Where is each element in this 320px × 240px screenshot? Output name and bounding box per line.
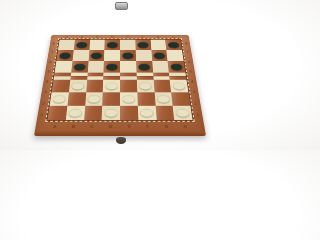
square-a2[interactable]: ● (50, 92, 69, 105)
light-checker-b1[interactable]: ● (68, 108, 83, 118)
square-c6[interactable] (87, 61, 104, 73)
square-b6[interactable]: ● (71, 61, 88, 73)
square-e6[interactable] (120, 61, 136, 73)
square-a7[interactable]: ● (56, 50, 73, 61)
file-labels-bottom: ABCDEFGH (45, 123, 195, 131)
square-e7[interactable]: ● (120, 50, 136, 61)
coordinate-label: 4 (45, 78, 51, 85)
coordinate-label: H (178, 124, 192, 130)
square-d7[interactable] (104, 50, 120, 61)
square-b8[interactable]: ● (74, 40, 90, 50)
coordinate-label: 7 (50, 49, 55, 56)
light-checker-h1[interactable]: ● (175, 108, 191, 118)
square-b7[interactable] (72, 50, 89, 61)
square-f7[interactable] (135, 50, 151, 61)
coordinate-label: G (160, 124, 174, 130)
light-checker-d1[interactable]: ● (104, 108, 118, 118)
coordinate-label: C (85, 124, 99, 130)
square-d6[interactable]: ● (104, 61, 120, 73)
board-wooden-frame: ABCDEFGH 87654321 87654321 ●●●●●●●●●●●●●… (34, 35, 206, 136)
coordinate-label: F (141, 124, 155, 130)
coordinate-label: 1 (39, 110, 45, 119)
square-f8[interactable]: ● (135, 40, 151, 50)
dark-checker-d8[interactable]: ● (106, 41, 118, 48)
square-h1[interactable]: ● (173, 106, 193, 120)
square-f6[interactable]: ● (136, 61, 153, 73)
square-c2[interactable]: ● (85, 92, 103, 105)
square-a6[interactable] (55, 61, 73, 73)
dark-checker-g7[interactable]: ● (153, 52, 166, 60)
light-checker-c2[interactable]: ● (87, 94, 101, 104)
dark-checker-b8[interactable]: ● (75, 41, 88, 48)
square-h6[interactable]: ● (168, 61, 186, 73)
dark-checker-c7[interactable]: ● (90, 52, 103, 60)
coordinate-label: 2 (193, 99, 199, 107)
square-c1[interactable] (84, 106, 103, 120)
coordinate-label: D (104, 124, 118, 130)
square-g6[interactable] (152, 61, 169, 73)
square-c7[interactable]: ● (88, 50, 104, 61)
square-e3[interactable] (120, 80, 137, 93)
dark-checker-b6[interactable]: ● (73, 63, 87, 71)
square-g2[interactable]: ● (154, 92, 173, 105)
square-h2[interactable] (171, 92, 190, 105)
checkers-board: ABCDEFGH 87654321 87654321 ●●●●●●●●●●●●●… (34, 35, 206, 136)
coordinate-label: 4 (190, 78, 196, 85)
square-g8[interactable] (150, 40, 166, 50)
square-g3[interactable] (153, 80, 171, 93)
coordinate-label: 5 (46, 68, 52, 75)
coordinate-label: 6 (187, 58, 192, 65)
square-g1[interactable] (155, 106, 174, 120)
square-h8[interactable]: ● (165, 40, 182, 50)
square-d2[interactable] (102, 92, 120, 105)
coordinate-label: 7 (185, 49, 190, 56)
coordinate-label: A (48, 124, 62, 130)
hinge-latch-icon (115, 2, 128, 10)
coordinate-label: 6 (48, 58, 53, 65)
product-photo-scene: ABCDEFGH 87654321 87654321 ●●●●●●●●●●●●●… (0, 0, 240, 150)
square-f1[interactable]: ● (138, 106, 157, 120)
square-a8[interactable] (58, 40, 75, 50)
square-b2[interactable] (67, 92, 86, 105)
square-h3[interactable]: ● (170, 80, 189, 93)
light-checker-f1[interactable]: ● (140, 108, 155, 118)
square-a1[interactable] (47, 106, 67, 120)
dark-checker-d6[interactable]: ● (105, 63, 118, 71)
square-f2[interactable] (137, 92, 155, 105)
square-g7[interactable]: ● (151, 50, 168, 61)
light-checker-a2[interactable]: ● (52, 94, 67, 104)
square-b3[interactable]: ● (69, 80, 87, 93)
light-checker-e2[interactable]: ● (122, 94, 136, 104)
playing-area-inlay: ●●●●●●●●●●●●●●●●●●●●●●●● (45, 38, 195, 121)
square-d8[interactable]: ● (105, 40, 120, 50)
square-c8[interactable] (89, 40, 105, 50)
coordinate-label: 2 (41, 99, 47, 107)
square-h7[interactable] (166, 50, 183, 61)
coordinate-label: 3 (191, 88, 197, 96)
square-d3[interactable]: ● (103, 80, 120, 93)
closing-clasp-icon (116, 137, 126, 144)
coordinate-label: B (66, 124, 80, 130)
square-e1[interactable] (120, 106, 138, 120)
light-checker-f3[interactable]: ● (138, 81, 152, 90)
coordinate-label: 5 (188, 68, 194, 75)
dark-checker-e7[interactable]: ● (122, 52, 135, 60)
coordinate-label: 8 (51, 40, 56, 46)
square-b1[interactable]: ● (66, 106, 85, 120)
square-a3[interactable] (52, 80, 71, 93)
coordinate-label: 3 (43, 88, 49, 96)
square-e2[interactable]: ● (120, 92, 138, 105)
light-checker-h3[interactable]: ● (172, 81, 187, 90)
coordinate-label: E (123, 124, 137, 130)
square-e8[interactable] (120, 40, 135, 50)
square-f3[interactable]: ● (137, 80, 155, 93)
light-checker-d3[interactable]: ● (105, 81, 119, 90)
light-checker-b3[interactable]: ● (71, 81, 85, 90)
light-checker-g2[interactable]: ● (156, 94, 171, 104)
dark-checker-f8[interactable]: ● (137, 41, 150, 48)
dark-checker-f6[interactable]: ● (138, 63, 151, 71)
dark-checker-h6[interactable]: ● (170, 63, 184, 71)
board-grid: ●●●●●●●●●●●●●●●●●●●●●●●● (47, 40, 192, 120)
square-c3[interactable] (86, 80, 104, 93)
coordinate-label: 8 (184, 40, 189, 46)
dark-checker-a7[interactable]: ● (58, 52, 71, 60)
square-d1[interactable]: ● (102, 106, 120, 120)
coordinate-label: 1 (195, 110, 201, 119)
dark-checker-h8[interactable]: ● (167, 41, 180, 48)
